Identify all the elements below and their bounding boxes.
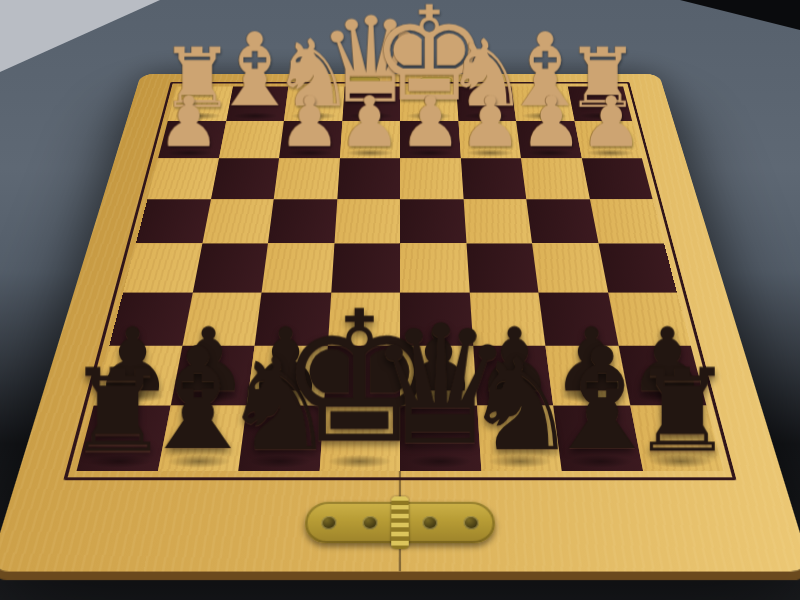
piece-white-pawn: ♟ bbox=[520, 87, 583, 157]
square-g5 bbox=[192, 243, 268, 292]
square-g4 bbox=[202, 199, 274, 243]
square-e4 bbox=[334, 199, 400, 243]
square-e3 bbox=[337, 158, 400, 199]
square-d2: ♟ bbox=[400, 121, 460, 158]
square-a4 bbox=[589, 199, 664, 243]
hinge-screw bbox=[362, 515, 377, 528]
chess-board: ♜♝♞♛♚♞♝♜♟♟♟♟♟♟♟♟♟♟♟♟♟♟♜♝♞♚♛♞♝♜ bbox=[0, 74, 800, 572]
piece-white-pawn: ♟ bbox=[278, 87, 341, 157]
square-b4 bbox=[526, 199, 598, 243]
board-scene: ♜♝♞♛♚♞♝♜♟♟♟♟♟♟♟♟♟♟♟♟♟♟♜♝♞♚♛♞♝♜ bbox=[0, 74, 800, 572]
hinge-screw bbox=[422, 515, 437, 528]
hinge-screw bbox=[321, 515, 337, 528]
square-b8: ♝ bbox=[553, 405, 642, 471]
square-a5 bbox=[598, 243, 677, 292]
square-h2: ♟ bbox=[158, 121, 226, 158]
photo-stage: ♜♝♞♛♚♞♝♜♟♟♟♟♟♟♟♟♟♟♟♟♟♟♜♝♞♚♛♞♝♜ bbox=[0, 0, 800, 600]
square-c4 bbox=[463, 199, 532, 243]
piece-white-pawn: ♟ bbox=[580, 87, 643, 157]
square-d4 bbox=[400, 199, 466, 243]
square-f4 bbox=[268, 199, 337, 243]
square-b2: ♟ bbox=[516, 121, 581, 158]
square-b3 bbox=[521, 158, 589, 199]
square-h3 bbox=[147, 158, 218, 199]
square-b5 bbox=[532, 243, 608, 292]
square-c5 bbox=[466, 243, 538, 292]
piece-black-rook: ♜ bbox=[631, 354, 734, 469]
square-g3 bbox=[211, 158, 279, 199]
square-h4 bbox=[136, 199, 211, 243]
board-grid: ♜♝♞♛♚♞♝♜♟♟♟♟♟♟♟♟♟♟♟♟♟♟♜♝♞♚♛♞♝♜ bbox=[77, 86, 724, 471]
square-c2: ♟ bbox=[458, 121, 521, 158]
square-h5 bbox=[123, 243, 202, 292]
piece-white-pawn: ♟ bbox=[339, 87, 402, 157]
piece-white-pawn: ♟ bbox=[157, 87, 220, 157]
hinge-screw bbox=[463, 515, 479, 528]
square-a8: ♜ bbox=[630, 405, 724, 471]
piece-white-pawn: ♟ bbox=[399, 87, 462, 157]
square-f2: ♟ bbox=[279, 121, 342, 158]
square-f3 bbox=[274, 158, 340, 199]
square-d3 bbox=[400, 158, 463, 199]
piece-white-pawn: ♟ bbox=[459, 87, 522, 157]
square-a2: ♟ bbox=[574, 121, 642, 158]
square-c3 bbox=[460, 158, 526, 199]
square-g2 bbox=[219, 121, 284, 158]
square-e2: ♟ bbox=[340, 121, 400, 158]
square-a3 bbox=[581, 158, 652, 199]
